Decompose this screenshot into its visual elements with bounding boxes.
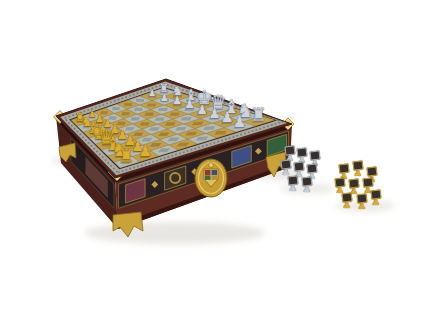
square-motif <box>121 112 130 115</box>
square-motif <box>144 113 153 116</box>
square-motif <box>170 113 180 116</box>
display-case-and-board <box>0 0 423 318</box>
square-motif <box>221 121 233 125</box>
square-motif <box>197 112 208 115</box>
crest-detail <box>212 175 218 180</box>
crest-detail <box>212 170 218 175</box>
square-motif <box>158 108 167 111</box>
square-motif <box>173 95 182 98</box>
square-motif <box>192 122 203 126</box>
square-motif <box>108 116 117 120</box>
crest-detail <box>205 175 211 180</box>
square-motif <box>136 99 144 102</box>
square-motif <box>226 111 237 115</box>
square-motif <box>165 122 176 126</box>
square-motif <box>160 99 169 102</box>
square-motif <box>239 115 251 119</box>
hogwarts-crest-medallion <box>195 159 227 197</box>
square-motif <box>186 99 195 102</box>
square-motif <box>134 108 143 111</box>
crest-detail <box>209 163 214 168</box>
square-motif <box>155 117 165 120</box>
square-motif <box>209 116 220 120</box>
square-motif <box>100 111 108 115</box>
square-motif <box>181 117 192 120</box>
gold-foot-front <box>113 212 143 237</box>
square-motif <box>148 95 156 98</box>
square-motif <box>131 117 140 120</box>
square-motif <box>172 103 181 106</box>
square-motif <box>213 107 224 111</box>
square-motif <box>112 107 120 111</box>
square-motif <box>147 103 156 106</box>
square-motif <box>200 103 210 106</box>
square-motif <box>160 91 169 94</box>
square-motif <box>124 103 132 106</box>
square-motif <box>185 108 195 111</box>
quidditch-chess-set-photo: ♜♞♝♛♚♝♞♜♟♟♟♟♟♟♟♟♟♟♟♟♟♟♟♟♜♞♝♛♚♝♞♜ ♟♟♟♟♟♟♟… <box>0 0 423 318</box>
crest-detail <box>205 170 211 175</box>
